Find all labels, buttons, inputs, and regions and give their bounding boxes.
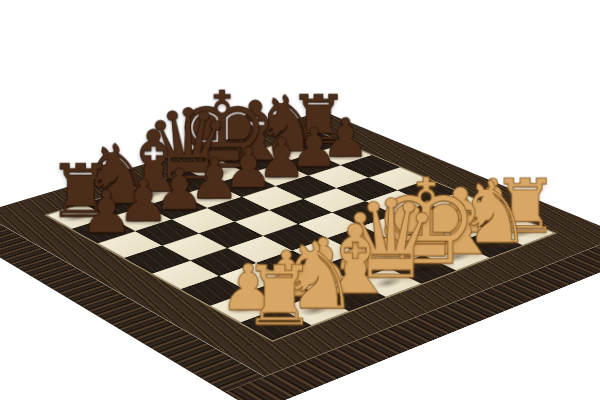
white-rook-piece: ♜ xyxy=(201,254,357,337)
square-a7: ♟ xyxy=(72,217,135,243)
square-a1: ♜ xyxy=(241,308,312,340)
chess-board: ♜♞♝♛♚♝♞♜♟♟♟♟♟♟♟♟♟♟♟♟♟♟♟♟♜♞♝♛♚♝♞♜ xyxy=(0,111,600,377)
board-photo-scene: ♜♞♝♛♚♝♞♜♟♟♟♟♟♟♟♟♟♟♟♟♟♟♟♟♜♞♝♛♚♝♞♜ xyxy=(0,0,600,400)
